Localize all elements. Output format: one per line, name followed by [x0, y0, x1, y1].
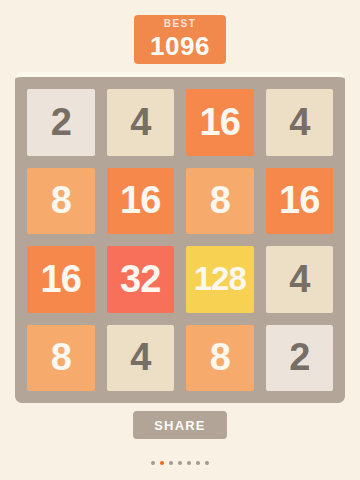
- tile-r3c4: 4: [266, 246, 334, 313]
- pager-dot-6[interactable]: [196, 461, 200, 465]
- pager-dot-7[interactable]: [205, 461, 209, 465]
- game-board[interactable]: 24164816816163212848482: [15, 72, 345, 403]
- page-indicator: [0, 461, 360, 465]
- pager-dot-1[interactable]: [151, 461, 155, 465]
- tile-r4c1: 8: [27, 325, 95, 392]
- tile-r2c3: 8: [186, 168, 254, 235]
- tile-r2c4: 16: [266, 168, 334, 235]
- tile-grid: 24164816816163212848482: [15, 77, 345, 403]
- pager-dot-3[interactable]: [169, 461, 173, 465]
- best-score-badge: BEST 1096: [134, 15, 226, 64]
- tile-r3c2: 32: [107, 246, 175, 313]
- pager-dot-4[interactable]: [178, 461, 182, 465]
- tile-r2c2: 16: [107, 168, 175, 235]
- tile-r1c2: 4: [107, 89, 175, 156]
- tile-r4c2: 4: [107, 325, 175, 392]
- app-screen: BEST 1096 24164816816163212848482 SHARE: [0, 0, 360, 480]
- tile-r1c3: 16: [186, 89, 254, 156]
- best-score-value: 1096: [150, 31, 210, 62]
- best-score-label: BEST: [164, 18, 197, 29]
- tile-r3c1: 16: [27, 246, 95, 313]
- tile-r3c3: 128: [186, 246, 254, 313]
- share-button[interactable]: SHARE: [133, 411, 227, 439]
- tile-r4c3: 8: [186, 325, 254, 392]
- tile-r4c4: 2: [266, 325, 334, 392]
- pager-dot-2[interactable]: [160, 461, 164, 465]
- tile-r2c1: 8: [27, 168, 95, 235]
- tile-r1c4: 4: [266, 89, 334, 156]
- pager-dot-5[interactable]: [187, 461, 191, 465]
- tile-r1c1: 2: [27, 89, 95, 156]
